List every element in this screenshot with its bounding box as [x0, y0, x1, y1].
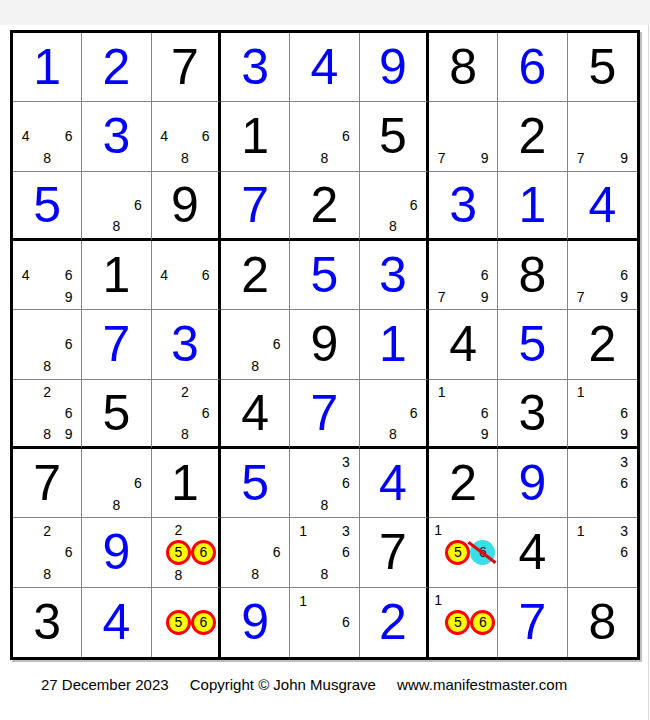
cell-r2c6[interactable]: 5	[360, 102, 429, 171]
candidates: 468	[15, 104, 79, 168]
candidate-slot-7	[154, 635, 166, 655]
candidate-slot-4	[292, 611, 313, 633]
candidate-slot-8	[452, 423, 473, 444]
candidate-slot-7	[292, 563, 313, 584]
candidates: 16	[292, 590, 356, 655]
cell-r4c8[interactable]: 8	[498, 241, 567, 310]
solved-digit: 4	[103, 597, 131, 647]
candidate-slot-8: 8	[36, 423, 57, 444]
cell-r8c9[interactable]: 136	[568, 518, 637, 587]
candidate-slot-5: 5	[445, 540, 470, 565]
candidate-slot-9: 9	[474, 147, 495, 168]
candidate-slot-7	[431, 423, 452, 444]
candidate: 6	[342, 545, 350, 559]
cell-r5c6[interactable]: 1	[360, 310, 429, 379]
candidate-slot-5	[591, 402, 613, 423]
cell-r4c6[interactable]: 3	[360, 241, 429, 310]
candidate: 9	[481, 427, 489, 441]
candidate-slot-8: 8	[314, 494, 335, 515]
candidate-slot-6: 6	[58, 126, 79, 147]
cell-r6c4[interactable]: 4	[221, 380, 290, 449]
candidate-placed: 6	[191, 540, 216, 565]
candidate-slot-3	[613, 382, 635, 403]
cell-r1c2[interactable]: 2	[82, 33, 151, 102]
candidate-slot-4	[570, 402, 592, 423]
cell-r7c9[interactable]: 36	[568, 449, 637, 518]
cell-r1c7[interactable]: 8	[429, 33, 498, 102]
candidate-slot-1	[362, 174, 383, 195]
cell-r4c2[interactable]: 1	[82, 241, 151, 310]
candidate-slot-2	[314, 104, 335, 125]
candidate-slot-8: 8	[244, 355, 265, 376]
cell-r2c5[interactable]: 68	[290, 102, 359, 171]
candidate-slot-2	[591, 382, 613, 403]
candidate-slot-4	[223, 542, 244, 563]
cell-r2c2[interactable]: 3	[82, 102, 151, 171]
candidate: 8	[181, 427, 189, 441]
candidate-slot-5	[36, 126, 57, 147]
candidate-slot-6: 6	[191, 610, 216, 635]
cell-r3c2[interactable]: 68	[82, 172, 151, 241]
candidate: 8	[113, 219, 121, 233]
candidate-slot-3	[58, 243, 79, 264]
candidate-slot-3	[58, 520, 79, 541]
cell-r2c9[interactable]: 79	[568, 102, 637, 171]
candidates: 136	[570, 520, 635, 584]
cell-r4c5[interactable]: 5	[290, 241, 359, 310]
cell-r9c2[interactable]: 4	[82, 588, 151, 657]
candidate-slot-2	[445, 520, 470, 540]
candidate-slot-6: 6	[195, 402, 216, 423]
candidate: 9	[620, 151, 628, 165]
footer-date: 27 December 2023	[41, 676, 169, 693]
candidate-slot-5: 5	[445, 610, 470, 635]
given-digit: 4	[241, 388, 269, 438]
candidate-slot-6: 6	[470, 540, 495, 565]
cell-r5c8[interactable]: 5	[498, 310, 567, 379]
candidate: 7	[577, 151, 585, 165]
candidate-slot-3	[195, 382, 216, 403]
candidate-slot-1	[154, 243, 175, 264]
candidates: 68	[362, 382, 424, 444]
candidate-slot-3	[195, 243, 216, 264]
cell-r3c8[interactable]: 1	[498, 172, 567, 241]
candidate-slot-4	[15, 334, 36, 355]
candidate-slot-8: 8	[166, 565, 191, 585]
candidate: 4	[160, 268, 168, 282]
candidate-slot-9	[58, 147, 79, 168]
candidate-slot-6: 6	[470, 610, 495, 635]
candidate-slot-4	[223, 334, 244, 355]
candidate-slot-6: 6	[613, 542, 635, 563]
candidate: 8	[251, 567, 259, 581]
cell-r4c3[interactable]: 46	[152, 241, 221, 310]
candidate-slot-3	[266, 520, 287, 541]
candidate-slot-3	[470, 590, 495, 610]
candidates: 68	[292, 104, 356, 168]
cell-r2c7[interactable]: 79	[429, 102, 498, 171]
cell-r8c5[interactable]: 1368	[290, 518, 359, 587]
candidate-slot-2	[36, 243, 57, 264]
candidate-slot-7	[223, 355, 244, 376]
candidate-slot-6: 6	[613, 472, 635, 493]
candidate: 7	[577, 290, 585, 304]
candidate-slot-7: 7	[431, 147, 452, 168]
candidate-slot-7	[15, 355, 36, 376]
given-digit: 7	[171, 42, 199, 92]
candidate-slot-7	[362, 423, 383, 444]
cell-r7c8[interactable]: 9	[498, 449, 567, 518]
candidate-slot-1	[15, 243, 36, 264]
candidate: 2	[43, 385, 51, 399]
candidate-slot-2	[591, 104, 613, 125]
candidate-slot-3: 3	[613, 451, 635, 472]
solved-digit: 7	[311, 388, 339, 438]
cell-r6c7[interactable]: 169	[429, 380, 498, 449]
candidate-slot-9: 9	[474, 286, 495, 307]
candidate: 8	[321, 567, 329, 581]
cell-r7c5[interactable]: 368	[290, 449, 359, 518]
candidate-slot-4	[15, 402, 36, 423]
candidate-slot-3	[335, 590, 356, 612]
candidates: 679	[431, 243, 495, 307]
cell-r9c1[interactable]: 3	[13, 588, 82, 657]
candidate-slot-1	[154, 382, 175, 403]
cell-r5c9[interactable]: 2	[568, 310, 637, 379]
candidate: 6	[342, 129, 350, 143]
given-digit: 9	[171, 180, 199, 230]
window-right-edge	[648, 25, 649, 720]
candidate-slot-4	[154, 610, 166, 635]
candidate-slot-4	[431, 264, 452, 285]
candidate-slot-4	[292, 126, 313, 147]
candidate-slot-4	[362, 194, 383, 215]
candidate-slot-2	[382, 382, 403, 403]
given-digit: 2	[449, 458, 477, 508]
candidate-slot-6: 6	[266, 542, 287, 563]
candidate-slot-1	[84, 451, 105, 472]
candidate-placed: 5	[166, 610, 191, 635]
candidate-slot-9: 9	[613, 286, 635, 307]
candidate-slot-3	[58, 312, 79, 333]
candidate-slot-2: 2	[174, 382, 195, 403]
candidate: 6	[134, 476, 142, 490]
candidate-slot-3	[613, 243, 635, 264]
given-digit: 7	[379, 527, 407, 577]
given-digit: 3	[33, 597, 61, 647]
candidate-slot-5	[591, 472, 613, 493]
cell-r9c5[interactable]: 16	[290, 588, 359, 657]
candidate-slot-9	[266, 355, 287, 376]
candidate-slot-5	[314, 126, 335, 147]
candidate-slot-2	[174, 243, 195, 264]
cell-r7c2[interactable]: 68	[82, 449, 151, 518]
candidate: 6	[202, 406, 210, 420]
candidate: 6	[481, 406, 489, 420]
candidate-slot-2	[314, 451, 335, 472]
cell-r7c7[interactable]: 2	[429, 449, 498, 518]
candidates: 68	[223, 520, 287, 584]
candidate: 6	[620, 545, 628, 559]
solved-digit: 3	[449, 180, 477, 230]
candidates: 169	[431, 382, 495, 444]
candidate-slot-8	[445, 565, 470, 585]
candidate-slot-2	[591, 451, 613, 472]
candidates: 2689	[15, 382, 79, 444]
cell-r1c9[interactable]: 5	[568, 33, 637, 102]
candidate-slot-5	[591, 264, 613, 285]
solved-digit: 6	[519, 42, 547, 92]
cell-r5c2[interactable]: 7	[82, 310, 151, 379]
cell-r8c8[interactable]: 4	[498, 518, 567, 587]
cell-r8c3[interactable]: 2568	[152, 518, 221, 587]
candidate: 6	[410, 198, 418, 212]
given-digit: 8	[519, 250, 547, 300]
candidate-slot-1	[154, 104, 175, 125]
candidate-slot-6: 6	[335, 126, 356, 147]
given-digit: 8	[588, 597, 616, 647]
candidate-slot-5: 5	[166, 610, 191, 635]
candidate-slot-4	[570, 264, 592, 285]
cell-r7c4[interactable]: 5	[221, 449, 290, 518]
given-digit: 7	[33, 458, 61, 508]
candidate-slot-8	[591, 423, 613, 444]
cell-r5c5[interactable]: 9	[290, 310, 359, 379]
candidate-slot-3	[127, 174, 148, 195]
candidate-slot-2	[314, 590, 335, 612]
candidates: 468	[154, 104, 216, 168]
cell-r4c9[interactable]: 679	[568, 241, 637, 310]
candidate-slot-1	[15, 312, 36, 333]
candidate-slot-7	[15, 563, 36, 584]
candidate: 1	[299, 524, 307, 538]
cell-r5c1[interactable]: 68	[13, 310, 82, 379]
candidate-slot-3	[335, 104, 356, 125]
candidate-slot-4	[570, 472, 592, 493]
candidate-slot-2	[445, 590, 470, 610]
given-digit: 2	[588, 319, 616, 369]
candidate-slot-1	[223, 520, 244, 541]
given-digit: 3	[519, 388, 547, 438]
candidate-slot-3	[474, 243, 495, 264]
solved-digit: 1	[519, 180, 547, 230]
cell-r2c1[interactable]: 468	[13, 102, 82, 171]
cell-r5c3[interactable]: 3	[152, 310, 221, 379]
candidate-slot-9	[613, 494, 635, 515]
given-digit: 2	[311, 180, 339, 230]
candidate-slot-6: 6	[195, 264, 216, 285]
cell-r7c3[interactable]: 1	[152, 449, 221, 518]
candidate-slot-9	[613, 563, 635, 584]
cell-r3c1[interactable]: 5	[13, 172, 82, 241]
cell-r9c8[interactable]: 7	[498, 588, 567, 657]
candidate: 8	[321, 151, 329, 165]
solved-digit: 7	[103, 319, 131, 369]
candidate-slot-4: 4	[154, 126, 175, 147]
candidate-slot-5	[382, 194, 403, 215]
candidates: 68	[223, 312, 287, 376]
candidate-slot-2	[106, 451, 127, 472]
candidate-slot-9: 9	[58, 286, 79, 307]
candidate-slot-9	[58, 355, 79, 376]
candidate-slot-5	[314, 542, 335, 563]
given-digit: 8	[449, 42, 477, 92]
candidate-slot-3	[474, 104, 495, 125]
cell-r3c4[interactable]: 7	[221, 172, 290, 241]
candidate-slot-9	[195, 147, 216, 168]
cell-r2c3[interactable]: 468	[152, 102, 221, 171]
solved-digit: 9	[519, 458, 547, 508]
solved-digit: 7	[519, 597, 547, 647]
candidate: 8	[175, 568, 183, 582]
cell-r9c9[interactable]: 8	[568, 588, 637, 657]
candidate-slot-5	[591, 126, 613, 147]
cell-r2c4[interactable]: 1	[221, 102, 290, 171]
cell-r1c8[interactable]: 6	[498, 33, 567, 102]
candidate: 1	[434, 593, 442, 607]
given-digit: 5	[588, 42, 616, 92]
candidate-slot-4	[570, 542, 592, 563]
cell-r9c6[interactable]: 2	[360, 588, 429, 657]
cell-r8c4[interactable]: 68	[221, 518, 290, 587]
candidate: 1	[299, 594, 307, 608]
footer: 27 December 2023 Copyright © John Musgra…	[41, 676, 584, 693]
candidate-slot-1	[431, 243, 452, 264]
cell-r4c7[interactable]: 679	[429, 241, 498, 310]
candidate-slot-9	[335, 494, 356, 515]
candidate-slot-7	[570, 423, 592, 444]
candidate-slot-5	[244, 334, 265, 355]
candidate-slot-6	[613, 126, 635, 147]
cell-r8c6[interactable]: 7	[360, 518, 429, 587]
candidates: 68	[84, 174, 148, 236]
candidate-slot-4	[84, 472, 105, 493]
cell-r9c7[interactable]: 156	[429, 588, 498, 657]
candidate-slot-9	[191, 565, 216, 585]
cell-r8c7[interactable]: 156	[429, 518, 498, 587]
candidates: 679	[570, 243, 635, 307]
candidate-slot-1: 1	[292, 590, 313, 612]
given-digit: 2	[519, 111, 547, 161]
cell-r3c3[interactable]: 9	[152, 172, 221, 241]
solved-digit: 5	[241, 458, 269, 508]
candidates: 268	[154, 382, 216, 444]
candidate-slot-8	[591, 494, 613, 515]
candidate-slot-1	[15, 520, 36, 541]
candidate-slot-7	[154, 286, 175, 307]
cell-r1c1[interactable]: 1	[13, 33, 82, 102]
candidate-slot-9	[470, 635, 495, 655]
candidate-slot-6: 6	[127, 194, 148, 215]
candidate-slot-1	[570, 243, 592, 264]
candidate-slot-2	[452, 243, 473, 264]
candidate: 7	[438, 290, 446, 304]
cell-r7c1[interactable]: 7	[13, 449, 82, 518]
cell-r6c3[interactable]: 268	[152, 380, 221, 449]
candidate-slot-8	[452, 147, 473, 168]
cell-r3c5[interactable]: 2	[290, 172, 359, 241]
candidate: 1	[434, 523, 442, 537]
candidate: 9	[620, 290, 628, 304]
cell-r8c2[interactable]: 9	[82, 518, 151, 587]
candidate-slot-5	[106, 472, 127, 493]
candidate-slot-8: 8	[36, 147, 57, 168]
cell-r8c1[interactable]: 268	[13, 518, 82, 587]
cell-r1c3[interactable]: 7	[152, 33, 221, 102]
candidate-slot-8: 8	[382, 215, 403, 236]
solved-digit: 5	[33, 180, 61, 230]
candidate-slot-1	[362, 382, 383, 403]
candidate-placed: 5	[166, 540, 191, 565]
candidate-slot-8: 8	[36, 563, 57, 584]
candidate-slot-2	[36, 104, 57, 125]
candidate-slot-3	[470, 520, 495, 540]
cell-r7c6[interactable]: 4	[360, 449, 429, 518]
candidate-slot-6: 6	[191, 540, 216, 565]
cell-r6c9[interactable]: 169	[568, 380, 637, 449]
candidate-slot-2	[106, 174, 127, 195]
cell-r3c7[interactable]: 3	[429, 172, 498, 241]
candidate-slot-7	[362, 215, 383, 236]
candidate-slot-8	[174, 286, 195, 307]
candidate: 3	[342, 524, 350, 538]
candidates: 169	[570, 382, 635, 444]
cell-r3c9[interactable]: 4	[568, 172, 637, 241]
candidate: 1	[577, 385, 585, 399]
footer-website: www.manifestmaster.com	[397, 676, 567, 693]
candidate-slot-5	[36, 402, 57, 423]
candidates: 36	[570, 451, 635, 515]
candidate-slot-3	[474, 382, 495, 403]
cell-r5c7[interactable]: 4	[429, 310, 498, 379]
candidate-slot-8	[591, 563, 613, 584]
given-digit: 5	[379, 111, 407, 161]
cell-r1c5[interactable]: 4	[290, 33, 359, 102]
cell-r5c4[interactable]: 68	[221, 310, 290, 379]
cell-r6c6[interactable]: 68	[360, 380, 429, 449]
candidate-slot-3	[195, 104, 216, 125]
cell-r6c1[interactable]: 2689	[13, 380, 82, 449]
cell-r3c6[interactable]: 68	[360, 172, 429, 241]
candidate-slot-9	[403, 215, 424, 236]
cell-r1c4[interactable]: 3	[221, 33, 290, 102]
candidate-slot-9	[127, 215, 148, 236]
candidate-slot-5	[452, 264, 473, 285]
candidate-slot-2	[452, 382, 473, 403]
candidate: 6	[202, 268, 210, 282]
candidate-slot-2	[166, 590, 191, 610]
candidate-slot-4: 4	[15, 264, 36, 285]
cell-r6c8[interactable]: 3	[498, 380, 567, 449]
candidate-slot-7	[292, 633, 313, 655]
cell-r6c5[interactable]: 7	[290, 380, 359, 449]
cell-r9c3[interactable]: 56	[152, 588, 221, 657]
candidate-slot-2	[36, 312, 57, 333]
cell-r9c4[interactable]: 9	[221, 588, 290, 657]
cell-r6c2[interactable]: 5	[82, 380, 151, 449]
cell-r4c4[interactable]: 2	[221, 241, 290, 310]
cell-r4c1[interactable]: 469	[13, 241, 82, 310]
candidates: 56	[154, 590, 216, 655]
candidate-slot-5	[314, 611, 335, 633]
candidate-slot-4	[570, 126, 592, 147]
cell-r1c6[interactable]: 9	[360, 33, 429, 102]
cell-r2c8[interactable]: 2	[498, 102, 567, 171]
candidate-slot-3	[403, 382, 424, 403]
candidate-slot-8: 8	[314, 147, 335, 168]
candidate-slot-7	[84, 494, 105, 515]
candidates: 1368	[292, 520, 356, 584]
